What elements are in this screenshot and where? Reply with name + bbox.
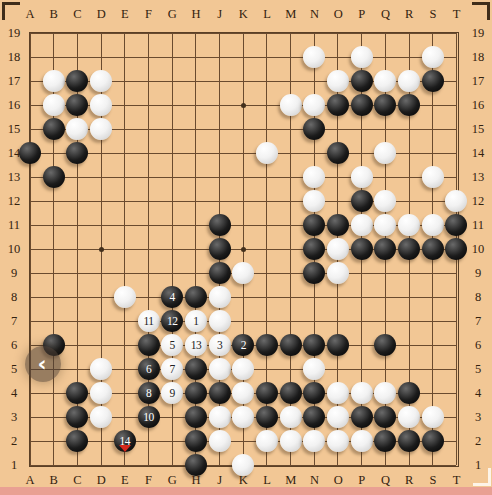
intersection-N11[interactable] — [302, 213, 326, 237]
intersection-B13[interactable] — [42, 165, 66, 189]
intersection-Q19[interactable] — [374, 21, 398, 45]
intersection-T6[interactable] — [445, 333, 469, 357]
intersection-Q10[interactable] — [374, 237, 398, 261]
intersection-J17[interactable] — [208, 69, 232, 93]
intersection-J8[interactable] — [208, 285, 232, 309]
intersection-O3[interactable] — [326, 405, 350, 429]
intersection-T11[interactable] — [445, 213, 469, 237]
intersection-H7[interactable]: 1 — [184, 309, 208, 333]
intersection-E9[interactable] — [113, 261, 137, 285]
intersection-R15[interactable] — [397, 117, 421, 141]
intersection-T7[interactable] — [445, 309, 469, 333]
intersection-T10[interactable] — [445, 237, 469, 261]
intersection-F12[interactable] — [137, 189, 161, 213]
intersection-O13[interactable] — [326, 165, 350, 189]
intersection-P13[interactable] — [350, 165, 374, 189]
intersection-B3[interactable] — [42, 405, 66, 429]
intersection-Q15[interactable] — [374, 117, 398, 141]
intersection-K11[interactable] — [231, 213, 255, 237]
intersection-H3[interactable] — [184, 405, 208, 429]
intersection-R18[interactable] — [397, 45, 421, 69]
intersection-S8[interactable] — [421, 285, 445, 309]
intersection-J16[interactable] — [208, 93, 232, 117]
intersection-N9[interactable] — [302, 261, 326, 285]
intersection-N4[interactable] — [302, 381, 326, 405]
intersection-K9[interactable] — [231, 261, 255, 285]
intersection-O16[interactable] — [326, 93, 350, 117]
intersection-A14[interactable] — [18, 141, 42, 165]
intersection-T14[interactable] — [445, 141, 469, 165]
intersection-G6[interactable]: 5 — [160, 333, 184, 357]
intersection-H4[interactable] — [184, 381, 208, 405]
intersection-K2[interactable] — [231, 429, 255, 453]
intersection-S3[interactable] — [421, 405, 445, 429]
intersection-Q16[interactable] — [374, 93, 398, 117]
intersection-Q6[interactable] — [374, 333, 398, 357]
intersection-B11[interactable] — [42, 213, 66, 237]
intersection-B9[interactable] — [42, 261, 66, 285]
intersection-K10[interactable] — [231, 237, 255, 261]
intersection-H8[interactable] — [184, 285, 208, 309]
intersection-B2[interactable] — [42, 429, 66, 453]
intersection-P7[interactable] — [350, 309, 374, 333]
intersection-H14[interactable] — [184, 141, 208, 165]
intersection-R2[interactable] — [397, 429, 421, 453]
intersection-G12[interactable] — [160, 189, 184, 213]
intersection-O4[interactable] — [326, 381, 350, 405]
intersection-S10[interactable] — [421, 237, 445, 261]
intersection-R10[interactable] — [397, 237, 421, 261]
intersection-Q18[interactable] — [374, 45, 398, 69]
intersection-G8[interactable]: 4 — [160, 285, 184, 309]
intersection-J10[interactable] — [208, 237, 232, 261]
intersection-E19[interactable] — [113, 21, 137, 45]
intersection-C16[interactable] — [66, 93, 90, 117]
intersection-R4[interactable] — [397, 381, 421, 405]
intersection-L5[interactable] — [255, 357, 279, 381]
intersection-L6[interactable] — [255, 333, 279, 357]
intersection-M19[interactable] — [279, 21, 303, 45]
intersection-O18[interactable] — [326, 45, 350, 69]
intersection-K18[interactable] — [231, 45, 255, 69]
intersection-M12[interactable] — [279, 189, 303, 213]
intersection-S12[interactable] — [421, 189, 445, 213]
intersection-S15[interactable] — [421, 117, 445, 141]
intersection-N14[interactable] — [302, 141, 326, 165]
intersection-L19[interactable] — [255, 21, 279, 45]
intersection-R5[interactable] — [397, 357, 421, 381]
intersection-S17[interactable] — [421, 69, 445, 93]
intersection-S6[interactable] — [421, 333, 445, 357]
intersection-R8[interactable] — [397, 285, 421, 309]
intersection-D13[interactable] — [89, 165, 113, 189]
intersection-L3[interactable] — [255, 405, 279, 429]
intersection-R11[interactable] — [397, 213, 421, 237]
intersection-H6[interactable]: 13 — [184, 333, 208, 357]
intersection-K13[interactable] — [231, 165, 255, 189]
intersection-K14[interactable] — [231, 141, 255, 165]
intersection-T2[interactable] — [445, 429, 469, 453]
intersection-O11[interactable] — [326, 213, 350, 237]
intersection-H15[interactable] — [184, 117, 208, 141]
intersection-L9[interactable] — [255, 261, 279, 285]
intersection-B10[interactable] — [42, 237, 66, 261]
intersection-D8[interactable] — [89, 285, 113, 309]
intersection-F15[interactable] — [137, 117, 161, 141]
intersection-T12[interactable] — [445, 189, 469, 213]
intersection-J2[interactable] — [208, 429, 232, 453]
intersection-N16[interactable] — [302, 93, 326, 117]
intersection-Q13[interactable] — [374, 165, 398, 189]
intersection-M9[interactable] — [279, 261, 303, 285]
intersection-E13[interactable] — [113, 165, 137, 189]
intersection-N10[interactable] — [302, 237, 326, 261]
intersection-R9[interactable] — [397, 261, 421, 285]
intersection-Q2[interactable] — [374, 429, 398, 453]
intersection-D7[interactable] — [89, 309, 113, 333]
intersection-N18[interactable] — [302, 45, 326, 69]
intersection-G10[interactable] — [160, 237, 184, 261]
intersection-L18[interactable] — [255, 45, 279, 69]
intersection-P5[interactable] — [350, 357, 374, 381]
intersection-G17[interactable] — [160, 69, 184, 93]
intersection-M8[interactable] — [279, 285, 303, 309]
intersection-J18[interactable] — [208, 45, 232, 69]
intersection-L13[interactable] — [255, 165, 279, 189]
intersection-N6[interactable] — [302, 333, 326, 357]
intersection-J13[interactable] — [208, 165, 232, 189]
intersection-G3[interactable] — [160, 405, 184, 429]
intersection-H5[interactable] — [184, 357, 208, 381]
intersection-T15[interactable] — [445, 117, 469, 141]
intersection-F4[interactable]: 8 — [137, 381, 161, 405]
intersection-K8[interactable] — [231, 285, 255, 309]
intersection-L16[interactable] — [255, 93, 279, 117]
intersection-P8[interactable] — [350, 285, 374, 309]
intersection-C19[interactable] — [66, 21, 90, 45]
intersection-N2[interactable] — [302, 429, 326, 453]
intersection-H17[interactable] — [184, 69, 208, 93]
intersection-S13[interactable] — [421, 165, 445, 189]
intersection-O2[interactable] — [326, 429, 350, 453]
intersection-P14[interactable] — [350, 141, 374, 165]
intersection-F17[interactable] — [137, 69, 161, 93]
intersection-H19[interactable] — [184, 21, 208, 45]
intersection-P16[interactable] — [350, 93, 374, 117]
intersection-E11[interactable] — [113, 213, 137, 237]
intersection-F18[interactable] — [137, 45, 161, 69]
intersection-G13[interactable] — [160, 165, 184, 189]
intersection-R17[interactable] — [397, 69, 421, 93]
intersection-S18[interactable] — [421, 45, 445, 69]
intersection-G9[interactable] — [160, 261, 184, 285]
intersection-O12[interactable] — [326, 189, 350, 213]
intersection-P19[interactable] — [350, 21, 374, 45]
intersection-F3[interactable]: 10 — [137, 405, 161, 429]
intersection-F14[interactable] — [137, 141, 161, 165]
intersection-E15[interactable] — [113, 117, 137, 141]
intersection-B15[interactable] — [42, 117, 66, 141]
intersection-C7[interactable] — [66, 309, 90, 333]
intersection-R19[interactable] — [397, 21, 421, 45]
intersection-M4[interactable] — [279, 381, 303, 405]
intersection-O14[interactable] — [326, 141, 350, 165]
intersection-D15[interactable] — [89, 117, 113, 141]
intersection-T9[interactable] — [445, 261, 469, 285]
intersection-D11[interactable] — [89, 213, 113, 237]
intersection-F5[interactable]: 6 — [137, 357, 161, 381]
intersection-R14[interactable] — [397, 141, 421, 165]
intersection-O17[interactable] — [326, 69, 350, 93]
intersection-E2[interactable]: 14 — [113, 429, 137, 453]
intersection-K4[interactable] — [231, 381, 255, 405]
intersection-C5[interactable] — [66, 357, 90, 381]
intersection-K15[interactable] — [231, 117, 255, 141]
intersection-M15[interactable] — [279, 117, 303, 141]
intersection-N13[interactable] — [302, 165, 326, 189]
intersection-T17[interactable] — [445, 69, 469, 93]
intersection-C10[interactable] — [66, 237, 90, 261]
intersection-M3[interactable] — [279, 405, 303, 429]
intersection-Q5[interactable] — [374, 357, 398, 381]
intersection-E4[interactable] — [113, 381, 137, 405]
intersection-J7[interactable] — [208, 309, 232, 333]
intersection-Q11[interactable] — [374, 213, 398, 237]
intersection-D6[interactable] — [89, 333, 113, 357]
intersection-S16[interactable] — [421, 93, 445, 117]
intersection-Q8[interactable] — [374, 285, 398, 309]
intersection-L2[interactable] — [255, 429, 279, 453]
intersection-C11[interactable] — [66, 213, 90, 237]
intersection-M14[interactable] — [279, 141, 303, 165]
intersection-E17[interactable] — [113, 69, 137, 93]
intersection-B18[interactable] — [42, 45, 66, 69]
intersection-J12[interactable] — [208, 189, 232, 213]
intersection-Q9[interactable] — [374, 261, 398, 285]
intersection-C4[interactable] — [66, 381, 90, 405]
intersection-L12[interactable] — [255, 189, 279, 213]
intersection-C13[interactable] — [66, 165, 90, 189]
intersection-G5[interactable]: 7 — [160, 357, 184, 381]
intersection-N17[interactable] — [302, 69, 326, 93]
intersection-C15[interactable] — [66, 117, 90, 141]
intersection-J14[interactable] — [208, 141, 232, 165]
intersection-T16[interactable] — [445, 93, 469, 117]
intersection-O7[interactable] — [326, 309, 350, 333]
intersection-P4[interactable] — [350, 381, 374, 405]
intersection-K7[interactable] — [231, 309, 255, 333]
intersection-R6[interactable] — [397, 333, 421, 357]
intersection-D10[interactable] — [89, 237, 113, 261]
intersection-F7[interactable]: 11 — [137, 309, 161, 333]
intersection-K6[interactable]: 2 — [231, 333, 255, 357]
intersection-P3[interactable] — [350, 405, 374, 429]
intersection-E16[interactable] — [113, 93, 137, 117]
intersection-S14[interactable] — [421, 141, 445, 165]
intersection-P18[interactable] — [350, 45, 374, 69]
intersection-L14[interactable] — [255, 141, 279, 165]
intersection-F8[interactable] — [137, 285, 161, 309]
intersection-K16[interactable] — [231, 93, 255, 117]
intersection-H11[interactable] — [184, 213, 208, 237]
intersection-B7[interactable] — [42, 309, 66, 333]
intersection-G16[interactable] — [160, 93, 184, 117]
intersection-L11[interactable] — [255, 213, 279, 237]
intersection-H2[interactable] — [184, 429, 208, 453]
intersection-K12[interactable] — [231, 189, 255, 213]
intersection-Q12[interactable] — [374, 189, 398, 213]
intersection-T3[interactable] — [445, 405, 469, 429]
intersection-Q14[interactable] — [374, 141, 398, 165]
intersection-K3[interactable] — [231, 405, 255, 429]
intersection-R3[interactable] — [397, 405, 421, 429]
intersection-L17[interactable] — [255, 69, 279, 93]
intersection-D18[interactable] — [89, 45, 113, 69]
intersection-E10[interactable] — [113, 237, 137, 261]
intersection-S5[interactable] — [421, 357, 445, 381]
intersection-M17[interactable] — [279, 69, 303, 93]
intersection-N3[interactable] — [302, 405, 326, 429]
intersection-Q17[interactable] — [374, 69, 398, 93]
intersection-E5[interactable] — [113, 357, 137, 381]
intersection-F10[interactable] — [137, 237, 161, 261]
intersection-K5[interactable] — [231, 357, 255, 381]
intersection-S9[interactable] — [421, 261, 445, 285]
intersection-S2[interactable] — [421, 429, 445, 453]
intersection-F9[interactable] — [137, 261, 161, 285]
intersection-P10[interactable] — [350, 237, 374, 261]
intersection-F16[interactable] — [137, 93, 161, 117]
intersection-K19[interactable] — [231, 21, 255, 45]
intersection-C18[interactable] — [66, 45, 90, 69]
intersection-H13[interactable] — [184, 165, 208, 189]
intersection-F11[interactable] — [137, 213, 161, 237]
intersection-J11[interactable] — [208, 213, 232, 237]
intersection-O8[interactable] — [326, 285, 350, 309]
intersection-J5[interactable] — [208, 357, 232, 381]
intersection-P11[interactable] — [350, 213, 374, 237]
intersection-C9[interactable] — [66, 261, 90, 285]
intersection-D12[interactable] — [89, 189, 113, 213]
intersection-M18[interactable] — [279, 45, 303, 69]
intersection-M6[interactable] — [279, 333, 303, 357]
intersection-T19[interactable] — [445, 21, 469, 45]
intersection-K17[interactable] — [231, 69, 255, 93]
intersection-M16[interactable] — [279, 93, 303, 117]
intersection-E7[interactable] — [113, 309, 137, 333]
intersection-D19[interactable] — [89, 21, 113, 45]
intersection-E14[interactable] — [113, 141, 137, 165]
intersection-G14[interactable] — [160, 141, 184, 165]
intersection-M2[interactable] — [279, 429, 303, 453]
intersection-M7[interactable] — [279, 309, 303, 333]
intersection-H12[interactable] — [184, 189, 208, 213]
intersection-B16[interactable] — [42, 93, 66, 117]
intersection-N19[interactable] — [302, 21, 326, 45]
intersection-R13[interactable] — [397, 165, 421, 189]
intersection-E8[interactable] — [113, 285, 137, 309]
intersection-D17[interactable] — [89, 69, 113, 93]
intersection-P9[interactable] — [350, 261, 374, 285]
intersection-O10[interactable] — [326, 237, 350, 261]
intersection-G11[interactable] — [160, 213, 184, 237]
intersection-E12[interactable] — [113, 189, 137, 213]
intersection-D16[interactable] — [89, 93, 113, 117]
intersection-L15[interactable] — [255, 117, 279, 141]
intersection-B17[interactable] — [42, 69, 66, 93]
intersection-R12[interactable] — [397, 189, 421, 213]
intersection-D5[interactable] — [89, 357, 113, 381]
intersection-G15[interactable] — [160, 117, 184, 141]
intersection-P17[interactable] — [350, 69, 374, 93]
intersection-O19[interactable] — [326, 21, 350, 45]
intersection-C3[interactable] — [66, 405, 90, 429]
intersection-C6[interactable] — [66, 333, 90, 357]
intersection-F13[interactable] — [137, 165, 161, 189]
intersection-D2[interactable] — [89, 429, 113, 453]
intersection-G19[interactable] — [160, 21, 184, 45]
intersection-Q4[interactable] — [374, 381, 398, 405]
intersection-Q3[interactable] — [374, 405, 398, 429]
intersection-J3[interactable] — [208, 405, 232, 429]
intersection-M5[interactable] — [279, 357, 303, 381]
intersection-M10[interactable] — [279, 237, 303, 261]
intersection-D4[interactable] — [89, 381, 113, 405]
intersection-P15[interactable] — [350, 117, 374, 141]
intersection-N5[interactable] — [302, 357, 326, 381]
intersection-F6[interactable] — [137, 333, 161, 357]
intersection-B8[interactable] — [42, 285, 66, 309]
intersection-S11[interactable] — [421, 213, 445, 237]
intersection-J6[interactable]: 3 — [208, 333, 232, 357]
intersection-B19[interactable] — [42, 21, 66, 45]
intersection-C2[interactable] — [66, 429, 90, 453]
intersection-P6[interactable] — [350, 333, 374, 357]
intersection-N8[interactable] — [302, 285, 326, 309]
intersection-D9[interactable] — [89, 261, 113, 285]
intersection-G18[interactable] — [160, 45, 184, 69]
intersection-L8[interactable] — [255, 285, 279, 309]
intersection-C8[interactable] — [66, 285, 90, 309]
intersection-F19[interactable] — [137, 21, 161, 45]
intersection-H18[interactable] — [184, 45, 208, 69]
intersection-H10[interactable] — [184, 237, 208, 261]
intersection-T5[interactable] — [445, 357, 469, 381]
intersection-C14[interactable] — [66, 141, 90, 165]
intersection-L7[interactable] — [255, 309, 279, 333]
intersection-S7[interactable] — [421, 309, 445, 333]
intersection-G7[interactable]: 12 — [160, 309, 184, 333]
intersection-H9[interactable] — [184, 261, 208, 285]
intersection-J19[interactable] — [208, 21, 232, 45]
intersection-F2[interactable] — [137, 429, 161, 453]
intersection-M13[interactable] — [279, 165, 303, 189]
intersection-S19[interactable] — [421, 21, 445, 45]
intersection-P2[interactable] — [350, 429, 374, 453]
intersection-E18[interactable] — [113, 45, 137, 69]
intersection-T18[interactable] — [445, 45, 469, 69]
intersection-T8[interactable] — [445, 285, 469, 309]
intersection-Q7[interactable] — [374, 309, 398, 333]
intersection-S4[interactable] — [421, 381, 445, 405]
intersection-R16[interactable] — [397, 93, 421, 117]
intersection-B14[interactable] — [42, 141, 66, 165]
intersection-R7[interactable] — [397, 309, 421, 333]
intersection-N7[interactable] — [302, 309, 326, 333]
intersection-G2[interactable] — [160, 429, 184, 453]
intersection-J9[interactable] — [208, 261, 232, 285]
intersection-E6[interactable] — [113, 333, 137, 357]
